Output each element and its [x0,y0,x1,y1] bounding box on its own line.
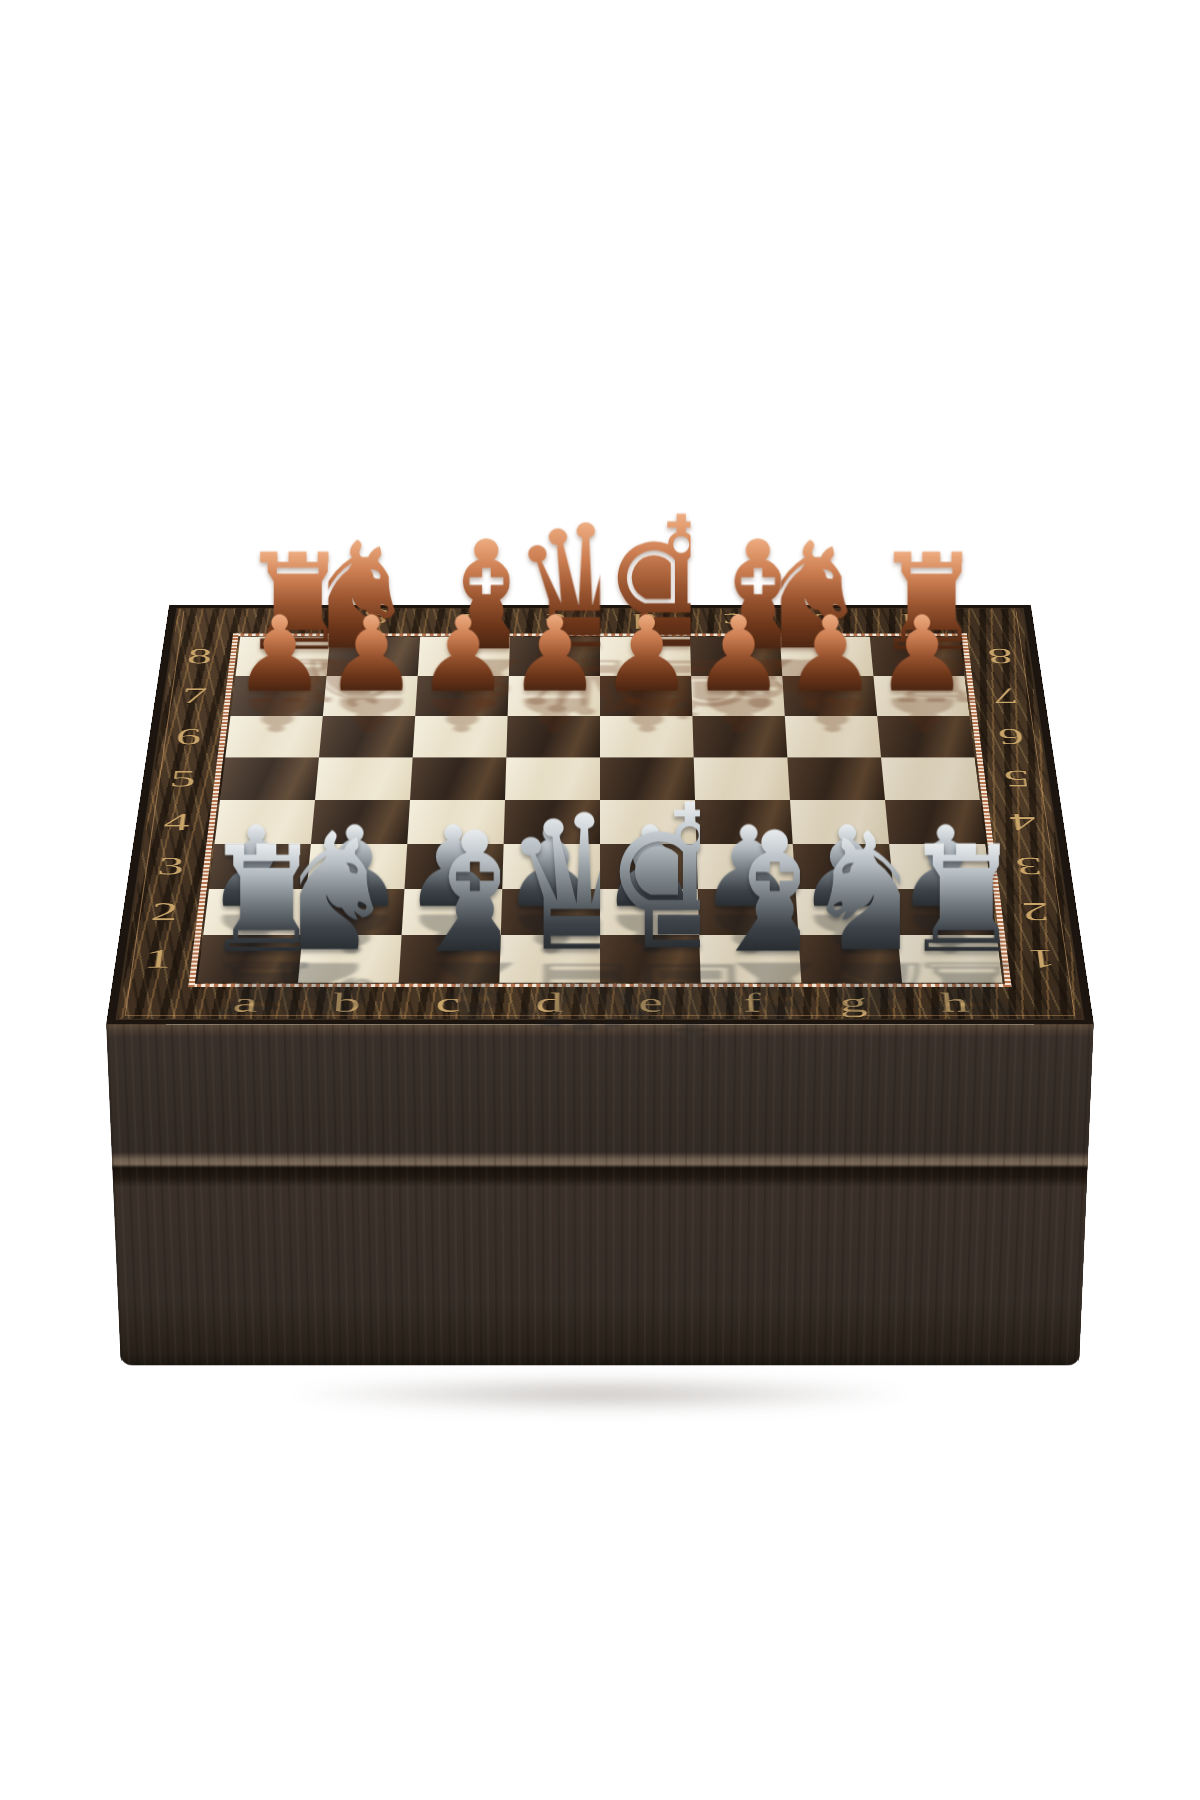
square-a8[interactable] [235,637,330,676]
square-c6[interactable] [413,716,508,757]
rank-label-left-1: 1 [121,935,195,983]
square-e8[interactable] [600,637,691,676]
square-b8[interactable] [327,637,421,676]
bishop-reflection: ♝ [396,959,500,1024]
square-g7[interactable] [782,676,877,716]
square-g5[interactable] [787,757,885,800]
square-e7[interactable] [600,676,692,716]
square-b5[interactable] [315,757,413,800]
rank-label-left-6: 6 [154,716,222,757]
rook-reflection: ♜ [900,959,1007,1016]
square-h5[interactable] [881,757,980,800]
square-g8[interactable] [780,637,874,676]
product-photo-scene: 11aa22bb33cc44dd55ee66ff77gg88hh♜♜♞♞♝♝♛♛… [0,0,1200,1800]
rank-label-left-3: 3 [135,844,207,889]
square-h8[interactable] [870,637,965,676]
square-c5[interactable] [410,757,506,800]
silver-knight-glyph: ♞ [300,829,400,959]
box-front-face [106,1024,1093,1365]
box-floor-shadow [165,1368,1035,1420]
queen-reflection: ♛ [498,959,600,1032]
silver-bishop-glyph: ♝ [700,826,800,959]
rank-label-left-5: 5 [148,757,217,800]
knight-reflection: ♞ [800,959,906,1023]
rank-label-left-8: 8 [166,637,232,676]
square-f6[interactable] [692,716,787,757]
rank-label-left-7: 7 [160,676,227,716]
bishop-reflection: ♝ [700,959,804,1024]
square-c8[interactable] [418,637,510,676]
chess-box: 11aa22bb33cc44dd55ee66ff77gg88hh♜♜♞♞♝♝♛♛… [106,605,1093,1025]
rank-label-right-5: 5 [983,757,1052,800]
square-g6[interactable] [785,716,881,757]
square-b6[interactable] [319,716,415,757]
silver-queen-glyph: ♛ [500,809,600,959]
square-f8[interactable] [690,637,782,676]
silver-bishop-glyph: ♝ [400,826,500,959]
rank-label-right-6: 6 [977,716,1045,757]
square-f7[interactable] [691,676,785,716]
square-h7[interactable] [873,676,969,716]
square-d7[interactable] [508,676,600,716]
knight-reflection: ♞ [294,959,400,1023]
square-h6[interactable] [877,716,975,757]
square-b7[interactable] [323,676,418,716]
silver-rook-glyph: ♜ [900,841,1000,959]
square-c7[interactable] [415,676,509,716]
rank-label-left-2: 2 [128,889,201,935]
square-d8[interactable] [509,637,600,676]
square-a5[interactable] [220,757,319,800]
square-a6[interactable] [225,716,323,757]
square-d6[interactable] [506,716,600,757]
square-e6[interactable] [600,716,694,757]
square-a7[interactable] [230,676,326,716]
